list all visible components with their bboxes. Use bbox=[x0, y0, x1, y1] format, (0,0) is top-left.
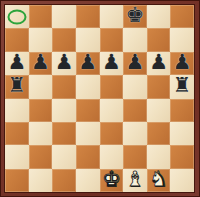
square-h7[interactable] bbox=[170, 28, 194, 51]
square-a1[interactable] bbox=[5, 169, 29, 192]
square-b7[interactable] bbox=[29, 28, 53, 51]
black-pawn-icon: ♟ bbox=[126, 52, 145, 73]
square-g8[interactable] bbox=[147, 5, 171, 28]
square-f1[interactable]: ♝ bbox=[123, 169, 147, 192]
square-d6[interactable]: ♟ bbox=[76, 52, 100, 75]
square-d3[interactable] bbox=[76, 122, 100, 145]
square-c2[interactable] bbox=[52, 145, 76, 168]
black-pawn-icon: ♟ bbox=[7, 52, 26, 73]
square-c4[interactable] bbox=[52, 99, 76, 122]
square-a7[interactable] bbox=[5, 28, 29, 51]
square-f3[interactable] bbox=[123, 122, 147, 145]
square-g6[interactable]: ♟ bbox=[147, 52, 171, 75]
green-ellipse-annotation bbox=[7, 9, 26, 24]
square-g2[interactable] bbox=[147, 145, 171, 168]
square-e5[interactable] bbox=[100, 75, 124, 98]
square-e4[interactable] bbox=[100, 99, 124, 122]
square-e2[interactable] bbox=[100, 145, 124, 168]
white-bishop-icon: ♝ bbox=[126, 169, 145, 190]
square-d5[interactable] bbox=[76, 75, 100, 98]
black-king-icon: ♚ bbox=[126, 5, 145, 26]
square-h5[interactable]: ♜ bbox=[170, 75, 194, 98]
black-pawn-icon: ♟ bbox=[102, 52, 121, 73]
square-a6[interactable]: ♟ bbox=[5, 52, 29, 75]
square-c8[interactable] bbox=[52, 5, 76, 28]
black-pawn-icon: ♟ bbox=[78, 52, 97, 73]
square-a4[interactable] bbox=[5, 99, 29, 122]
square-c3[interactable] bbox=[52, 122, 76, 145]
square-h2[interactable] bbox=[170, 145, 194, 168]
black-rook-icon: ♜ bbox=[173, 75, 192, 96]
square-d2[interactable] bbox=[76, 145, 100, 168]
square-g7[interactable] bbox=[147, 28, 171, 51]
square-h1[interactable] bbox=[170, 169, 194, 192]
square-e7[interactable] bbox=[100, 28, 124, 51]
square-h4[interactable] bbox=[170, 99, 194, 122]
white-knight-icon: ♞ bbox=[149, 169, 168, 190]
square-f6[interactable]: ♟ bbox=[123, 52, 147, 75]
square-a5[interactable]: ♜ bbox=[5, 75, 29, 98]
square-a2[interactable] bbox=[5, 145, 29, 168]
square-b8[interactable] bbox=[29, 5, 53, 28]
white-king-icon: ♚ bbox=[102, 169, 121, 190]
square-f8[interactable]: ♚ bbox=[123, 5, 147, 28]
square-b4[interactable] bbox=[29, 99, 53, 122]
square-g4[interactable] bbox=[147, 99, 171, 122]
square-g5[interactable] bbox=[147, 75, 171, 98]
square-a8[interactable] bbox=[5, 5, 29, 28]
square-f5[interactable] bbox=[123, 75, 147, 98]
square-h3[interactable] bbox=[170, 122, 194, 145]
chess-board-frame: ♚♟♟♟♟♟♟♟♟♜♜♚♝♞ bbox=[0, 0, 200, 197]
chess-board: ♚♟♟♟♟♟♟♟♟♜♜♚♝♞ bbox=[5, 5, 194, 192]
black-pawn-icon: ♟ bbox=[173, 52, 192, 73]
square-h6[interactable]: ♟ bbox=[170, 52, 194, 75]
black-pawn-icon: ♟ bbox=[31, 52, 50, 73]
square-c7[interactable] bbox=[52, 28, 76, 51]
square-d1[interactable] bbox=[76, 169, 100, 192]
square-h8[interactable] bbox=[170, 5, 194, 28]
square-d8[interactable] bbox=[76, 5, 100, 28]
square-d4[interactable] bbox=[76, 99, 100, 122]
square-b3[interactable] bbox=[29, 122, 53, 145]
square-b2[interactable] bbox=[29, 145, 53, 168]
square-g1[interactable]: ♞ bbox=[147, 169, 171, 192]
square-g3[interactable] bbox=[147, 122, 171, 145]
square-e8[interactable] bbox=[100, 5, 124, 28]
square-e3[interactable] bbox=[100, 122, 124, 145]
square-b1[interactable] bbox=[29, 169, 53, 192]
square-b5[interactable] bbox=[29, 75, 53, 98]
square-f2[interactable] bbox=[123, 145, 147, 168]
square-a3[interactable] bbox=[5, 122, 29, 145]
square-c5[interactable] bbox=[52, 75, 76, 98]
square-f4[interactable] bbox=[123, 99, 147, 122]
square-e1[interactable]: ♚ bbox=[100, 169, 124, 192]
black-rook-icon: ♜ bbox=[7, 75, 26, 96]
black-pawn-icon: ♟ bbox=[55, 52, 74, 73]
black-pawn-icon: ♟ bbox=[149, 52, 168, 73]
square-f7[interactable] bbox=[123, 28, 147, 51]
square-e6[interactable]: ♟ bbox=[100, 52, 124, 75]
square-c1[interactable] bbox=[52, 169, 76, 192]
square-b6[interactable]: ♟ bbox=[29, 52, 53, 75]
square-d7[interactable] bbox=[76, 28, 100, 51]
square-c6[interactable]: ♟ bbox=[52, 52, 76, 75]
